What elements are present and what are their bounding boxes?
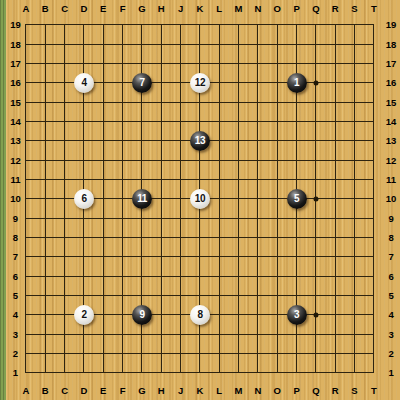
intersection-P1[interactable] [287, 363, 306, 382]
intersection-F10[interactable] [113, 189, 132, 208]
intersection-A5[interactable] [16, 286, 35, 305]
intersection-P4[interactable]: 3 [287, 305, 306, 324]
intersection-J11[interactable] [171, 170, 190, 189]
intersection-J5[interactable] [171, 286, 190, 305]
intersection-F1[interactable] [113, 363, 132, 382]
intersection-T9[interactable] [364, 209, 383, 228]
intersection-G19[interactable] [132, 15, 151, 34]
intersection-T6[interactable] [364, 267, 383, 286]
intersection-A19[interactable] [16, 15, 35, 34]
intersection-O9[interactable] [268, 209, 287, 228]
intersection-H8[interactable] [152, 228, 171, 247]
intersection-M4[interactable] [229, 305, 248, 324]
intersection-C9[interactable] [55, 209, 74, 228]
intersection-C14[interactable] [55, 112, 74, 131]
intersection-K12[interactable] [190, 151, 209, 170]
intersection-S6[interactable] [345, 267, 364, 286]
intersection-K8[interactable] [190, 228, 209, 247]
intersection-D15[interactable] [74, 93, 93, 112]
intersection-K15[interactable] [190, 93, 209, 112]
intersection-L8[interactable] [210, 228, 229, 247]
intersection-F18[interactable] [113, 35, 132, 54]
intersection-L19[interactable] [210, 15, 229, 34]
intersection-H9[interactable] [152, 209, 171, 228]
intersection-C10[interactable] [55, 189, 74, 208]
intersection-C8[interactable] [55, 228, 74, 247]
intersection-G11[interactable] [132, 170, 151, 189]
intersection-P2[interactable] [287, 344, 306, 363]
intersection-O15[interactable] [268, 93, 287, 112]
intersection-R11[interactable] [326, 170, 345, 189]
intersection-E10[interactable] [94, 189, 113, 208]
intersection-M1[interactable] [229, 363, 248, 382]
intersection-J15[interactable] [171, 93, 190, 112]
intersection-A7[interactable] [16, 247, 35, 266]
intersection-K19[interactable] [190, 15, 209, 34]
intersection-M13[interactable] [229, 131, 248, 150]
intersection-Q4[interactable] [306, 305, 325, 324]
intersection-B13[interactable] [36, 131, 55, 150]
intersection-C16[interactable] [55, 73, 74, 92]
intersection-P7[interactable] [287, 247, 306, 266]
intersection-B5[interactable] [36, 286, 55, 305]
intersection-T5[interactable] [364, 286, 383, 305]
intersection-P8[interactable] [287, 228, 306, 247]
intersection-S3[interactable] [345, 325, 364, 344]
intersection-B15[interactable] [36, 93, 55, 112]
intersection-E14[interactable] [94, 112, 113, 131]
intersection-C19[interactable] [55, 15, 74, 34]
intersection-C12[interactable] [55, 151, 74, 170]
intersection-P13[interactable] [287, 131, 306, 150]
intersection-G6[interactable] [132, 267, 151, 286]
intersection-R13[interactable] [326, 131, 345, 150]
intersection-M10[interactable] [229, 189, 248, 208]
intersection-P10[interactable]: 5 [287, 189, 306, 208]
intersection-T16[interactable] [364, 73, 383, 92]
intersection-L12[interactable] [210, 151, 229, 170]
intersection-B7[interactable] [36, 247, 55, 266]
intersection-J14[interactable] [171, 112, 190, 131]
intersection-B3[interactable] [36, 325, 55, 344]
intersection-F4[interactable] [113, 305, 132, 324]
intersection-R14[interactable] [326, 112, 345, 131]
intersection-G5[interactable] [132, 286, 151, 305]
intersection-H4[interactable] [152, 305, 171, 324]
intersection-L6[interactable] [210, 267, 229, 286]
intersection-D19[interactable] [74, 15, 93, 34]
intersection-A2[interactable] [16, 344, 35, 363]
intersection-T19[interactable] [364, 15, 383, 34]
intersection-C4[interactable] [55, 305, 74, 324]
intersection-P3[interactable] [287, 325, 306, 344]
intersection-Q6[interactable] [306, 267, 325, 286]
intersection-A3[interactable] [16, 325, 35, 344]
intersection-O3[interactable] [268, 325, 287, 344]
intersection-C11[interactable] [55, 170, 74, 189]
intersection-R9[interactable] [326, 209, 345, 228]
intersection-C15[interactable] [55, 93, 74, 112]
intersection-S12[interactable] [345, 151, 364, 170]
intersection-S7[interactable] [345, 247, 364, 266]
intersection-F15[interactable] [113, 93, 132, 112]
intersection-T18[interactable] [364, 35, 383, 54]
intersection-S19[interactable] [345, 15, 364, 34]
intersection-R12[interactable] [326, 151, 345, 170]
intersection-A12[interactable] [16, 151, 35, 170]
intersection-M9[interactable] [229, 209, 248, 228]
intersection-L18[interactable] [210, 35, 229, 54]
intersection-S17[interactable] [345, 54, 364, 73]
intersection-J6[interactable] [171, 267, 190, 286]
intersection-R4[interactable] [326, 305, 345, 324]
intersection-P16[interactable]: 1 [287, 73, 306, 92]
intersection-N19[interactable] [248, 15, 267, 34]
intersection-M19[interactable] [229, 15, 248, 34]
intersection-K16[interactable]: 12 [190, 73, 209, 92]
intersection-Q2[interactable] [306, 344, 325, 363]
intersection-B8[interactable] [36, 228, 55, 247]
intersection-G10[interactable]: 11 [132, 189, 151, 208]
intersection-D8[interactable] [74, 228, 93, 247]
intersection-E1[interactable] [94, 363, 113, 382]
intersection-M15[interactable] [229, 93, 248, 112]
intersection-J17[interactable] [171, 54, 190, 73]
intersection-H12[interactable] [152, 151, 171, 170]
intersection-L5[interactable] [210, 286, 229, 305]
intersection-F11[interactable] [113, 170, 132, 189]
intersection-D16[interactable]: 4 [74, 73, 93, 92]
intersection-A16[interactable] [16, 73, 35, 92]
intersection-S10[interactable] [345, 189, 364, 208]
intersection-D9[interactable] [74, 209, 93, 228]
intersection-Q1[interactable] [306, 363, 325, 382]
intersection-F7[interactable] [113, 247, 132, 266]
intersection-N12[interactable] [248, 151, 267, 170]
intersection-E18[interactable] [94, 35, 113, 54]
intersection-P17[interactable] [287, 54, 306, 73]
intersection-Q8[interactable] [306, 228, 325, 247]
intersection-A4[interactable] [16, 305, 35, 324]
intersection-D11[interactable] [74, 170, 93, 189]
intersection-M5[interactable] [229, 286, 248, 305]
intersection-G2[interactable] [132, 344, 151, 363]
intersection-R7[interactable] [326, 247, 345, 266]
intersection-S2[interactable] [345, 344, 364, 363]
intersection-L3[interactable] [210, 325, 229, 344]
intersection-M11[interactable] [229, 170, 248, 189]
intersection-F14[interactable] [113, 112, 132, 131]
intersection-D3[interactable] [74, 325, 93, 344]
intersection-Q7[interactable] [306, 247, 325, 266]
intersection-S15[interactable] [345, 93, 364, 112]
intersection-D18[interactable] [74, 35, 93, 54]
intersection-O12[interactable] [268, 151, 287, 170]
intersection-S18[interactable] [345, 35, 364, 54]
intersection-Q5[interactable] [306, 286, 325, 305]
intersection-B2[interactable] [36, 344, 55, 363]
intersection-E9[interactable] [94, 209, 113, 228]
intersection-G17[interactable] [132, 54, 151, 73]
intersection-M16[interactable] [229, 73, 248, 92]
intersection-D12[interactable] [74, 151, 93, 170]
intersection-B12[interactable] [36, 151, 55, 170]
intersection-H6[interactable] [152, 267, 171, 286]
intersection-K7[interactable] [190, 247, 209, 266]
intersection-H5[interactable] [152, 286, 171, 305]
intersection-P18[interactable] [287, 35, 306, 54]
intersection-B10[interactable] [36, 189, 55, 208]
intersection-E11[interactable] [94, 170, 113, 189]
intersection-D6[interactable] [74, 267, 93, 286]
intersection-S1[interactable] [345, 363, 364, 382]
intersection-P19[interactable] [287, 15, 306, 34]
intersection-S5[interactable] [345, 286, 364, 305]
intersection-K5[interactable] [190, 286, 209, 305]
intersection-B14[interactable] [36, 112, 55, 131]
intersection-E19[interactable] [94, 15, 113, 34]
intersection-N7[interactable] [248, 247, 267, 266]
intersection-M3[interactable] [229, 325, 248, 344]
intersection-R18[interactable] [326, 35, 345, 54]
intersection-C17[interactable] [55, 54, 74, 73]
intersection-O16[interactable] [268, 73, 287, 92]
intersection-L9[interactable] [210, 209, 229, 228]
intersection-L15[interactable] [210, 93, 229, 112]
intersection-L4[interactable] [210, 305, 229, 324]
intersection-O18[interactable] [268, 35, 287, 54]
intersection-B4[interactable] [36, 305, 55, 324]
intersection-D10[interactable]: 6 [74, 189, 93, 208]
intersection-O17[interactable] [268, 54, 287, 73]
intersection-P5[interactable] [287, 286, 306, 305]
intersection-G13[interactable] [132, 131, 151, 150]
intersection-K14[interactable] [190, 112, 209, 131]
intersection-N9[interactable] [248, 209, 267, 228]
intersection-F17[interactable] [113, 54, 132, 73]
intersection-H7[interactable] [152, 247, 171, 266]
intersection-S14[interactable] [345, 112, 364, 131]
intersection-B11[interactable] [36, 170, 55, 189]
intersection-J3[interactable] [171, 325, 190, 344]
intersection-Q13[interactable] [306, 131, 325, 150]
intersection-N17[interactable] [248, 54, 267, 73]
intersection-Q18[interactable] [306, 35, 325, 54]
intersection-E17[interactable] [94, 54, 113, 73]
intersection-M2[interactable] [229, 344, 248, 363]
intersection-D13[interactable] [74, 131, 93, 150]
intersection-T12[interactable] [364, 151, 383, 170]
intersection-D2[interactable] [74, 344, 93, 363]
intersection-L16[interactable] [210, 73, 229, 92]
intersection-S16[interactable] [345, 73, 364, 92]
intersection-M17[interactable] [229, 54, 248, 73]
intersection-B9[interactable] [36, 209, 55, 228]
intersection-C13[interactable] [55, 131, 74, 150]
intersection-Q11[interactable] [306, 170, 325, 189]
intersection-F16[interactable] [113, 73, 132, 92]
intersection-K3[interactable] [190, 325, 209, 344]
intersection-F5[interactable] [113, 286, 132, 305]
intersection-A11[interactable] [16, 170, 35, 189]
intersection-D5[interactable] [74, 286, 93, 305]
intersection-O7[interactable] [268, 247, 287, 266]
intersection-O19[interactable] [268, 15, 287, 34]
intersection-E6[interactable] [94, 267, 113, 286]
intersection-G14[interactable] [132, 112, 151, 131]
intersection-H2[interactable] [152, 344, 171, 363]
intersection-Q14[interactable] [306, 112, 325, 131]
intersection-T1[interactable] [364, 363, 383, 382]
intersection-G1[interactable] [132, 363, 151, 382]
intersection-H10[interactable] [152, 189, 171, 208]
intersection-T14[interactable] [364, 112, 383, 131]
intersection-Q15[interactable] [306, 93, 325, 112]
intersection-C3[interactable] [55, 325, 74, 344]
intersection-J2[interactable] [171, 344, 190, 363]
intersection-M18[interactable] [229, 35, 248, 54]
intersection-R8[interactable] [326, 228, 345, 247]
intersection-D14[interactable] [74, 112, 93, 131]
intersection-Q3[interactable] [306, 325, 325, 344]
intersection-R1[interactable] [326, 363, 345, 382]
intersection-Q9[interactable] [306, 209, 325, 228]
intersection-N2[interactable] [248, 344, 267, 363]
intersection-G15[interactable] [132, 93, 151, 112]
intersection-M12[interactable] [229, 151, 248, 170]
intersection-A10[interactable] [16, 189, 35, 208]
intersection-G12[interactable] [132, 151, 151, 170]
intersection-T17[interactable] [364, 54, 383, 73]
intersection-A9[interactable] [16, 209, 35, 228]
intersection-B1[interactable] [36, 363, 55, 382]
intersection-H3[interactable] [152, 325, 171, 344]
intersection-R16[interactable] [326, 73, 345, 92]
intersection-D1[interactable] [74, 363, 93, 382]
intersection-B18[interactable] [36, 35, 55, 54]
intersection-C2[interactable] [55, 344, 74, 363]
intersection-T7[interactable] [364, 247, 383, 266]
intersection-E12[interactable] [94, 151, 113, 170]
intersection-L14[interactable] [210, 112, 229, 131]
intersection-L17[interactable] [210, 54, 229, 73]
intersection-J13[interactable] [171, 131, 190, 150]
intersection-O2[interactable] [268, 344, 287, 363]
intersection-F8[interactable] [113, 228, 132, 247]
intersection-P9[interactable] [287, 209, 306, 228]
intersection-O14[interactable] [268, 112, 287, 131]
intersection-Q16[interactable] [306, 73, 325, 92]
intersection-K17[interactable] [190, 54, 209, 73]
intersection-H11[interactable] [152, 170, 171, 189]
intersection-N6[interactable] [248, 267, 267, 286]
intersection-N18[interactable] [248, 35, 267, 54]
intersection-O10[interactable] [268, 189, 287, 208]
intersection-G16[interactable]: 7 [132, 73, 151, 92]
intersection-T11[interactable] [364, 170, 383, 189]
intersection-N16[interactable] [248, 73, 267, 92]
intersection-H18[interactable] [152, 35, 171, 54]
intersection-P6[interactable] [287, 267, 306, 286]
intersection-F13[interactable] [113, 131, 132, 150]
intersection-B17[interactable] [36, 54, 55, 73]
intersection-Q12[interactable] [306, 151, 325, 170]
intersection-O4[interactable] [268, 305, 287, 324]
intersection-E8[interactable] [94, 228, 113, 247]
intersection-L1[interactable] [210, 363, 229, 382]
intersection-C18[interactable] [55, 35, 74, 54]
intersection-O5[interactable] [268, 286, 287, 305]
intersection-K18[interactable] [190, 35, 209, 54]
intersection-N13[interactable] [248, 131, 267, 150]
intersection-Q17[interactable] [306, 54, 325, 73]
intersection-T2[interactable] [364, 344, 383, 363]
intersection-G8[interactable] [132, 228, 151, 247]
intersection-D7[interactable] [74, 247, 93, 266]
intersection-G9[interactable] [132, 209, 151, 228]
intersection-C1[interactable] [55, 363, 74, 382]
intersection-J19[interactable] [171, 15, 190, 34]
intersection-R10[interactable] [326, 189, 345, 208]
intersection-O11[interactable] [268, 170, 287, 189]
intersection-D4[interactable]: 2 [74, 305, 93, 324]
intersection-N15[interactable] [248, 93, 267, 112]
intersection-G7[interactable] [132, 247, 151, 266]
intersection-K4[interactable]: 8 [190, 305, 209, 324]
intersection-H14[interactable] [152, 112, 171, 131]
intersection-M14[interactable] [229, 112, 248, 131]
intersection-H16[interactable] [152, 73, 171, 92]
intersection-L2[interactable] [210, 344, 229, 363]
intersection-F6[interactable] [113, 267, 132, 286]
intersection-E2[interactable] [94, 344, 113, 363]
intersection-G3[interactable] [132, 325, 151, 344]
intersection-L13[interactable] [210, 131, 229, 150]
intersection-C7[interactable] [55, 247, 74, 266]
intersection-P15[interactable] [287, 93, 306, 112]
intersection-T13[interactable] [364, 131, 383, 150]
intersection-L7[interactable] [210, 247, 229, 266]
intersection-K1[interactable] [190, 363, 209, 382]
intersection-S8[interactable] [345, 228, 364, 247]
intersection-K13[interactable]: 13 [190, 131, 209, 150]
intersection-J9[interactable] [171, 209, 190, 228]
intersection-T8[interactable] [364, 228, 383, 247]
intersection-A1[interactable] [16, 363, 35, 382]
intersection-K11[interactable] [190, 170, 209, 189]
intersection-G4[interactable]: 9 [132, 305, 151, 324]
intersection-T15[interactable] [364, 93, 383, 112]
intersection-J8[interactable] [171, 228, 190, 247]
intersection-N5[interactable] [248, 286, 267, 305]
intersection-K10[interactable]: 10 [190, 189, 209, 208]
intersection-O13[interactable] [268, 131, 287, 150]
intersection-F19[interactable] [113, 15, 132, 34]
intersection-S11[interactable] [345, 170, 364, 189]
intersection-H13[interactable] [152, 131, 171, 150]
intersection-D17[interactable] [74, 54, 93, 73]
intersection-E3[interactable] [94, 325, 113, 344]
intersection-K9[interactable] [190, 209, 209, 228]
intersection-R3[interactable] [326, 325, 345, 344]
intersection-M7[interactable] [229, 247, 248, 266]
intersection-T3[interactable] [364, 325, 383, 344]
intersection-A6[interactable] [16, 267, 35, 286]
intersection-A13[interactable] [16, 131, 35, 150]
intersection-N8[interactable] [248, 228, 267, 247]
intersection-J12[interactable] [171, 151, 190, 170]
intersection-F3[interactable] [113, 325, 132, 344]
